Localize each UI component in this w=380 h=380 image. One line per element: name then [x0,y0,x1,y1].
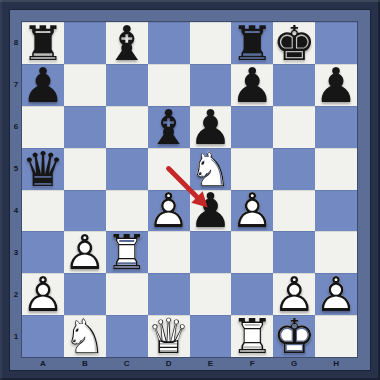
piece-outline-layer: ♕ [148,315,190,357]
square-h7[interactable]: ♟ [315,64,357,106]
square-a1[interactable] [22,315,64,357]
piece-fill-layer: ♝ [148,106,190,148]
square-f3[interactable] [231,231,273,273]
rank-label: 8 [10,22,22,64]
square-h1[interactable] [315,315,357,357]
square-g4[interactable] [273,190,315,232]
square-b6[interactable] [64,106,106,148]
file-label: H [315,357,357,370]
square-c3[interactable]: ♜♖ [106,231,148,273]
piece-outline-layer: ♙ [148,190,190,232]
square-g8[interactable]: ♚ [273,22,315,64]
chess-diagram: 8 7 6 5 4 3 2 1 ♜♝♜♚♟♟♟♝♟♛♞♘♟♙♟♟♙♟♙♜♖♟♙♟… [0,0,380,380]
square-f1[interactable]: ♜♖ [231,315,273,357]
square-c5[interactable] [106,148,148,190]
black-king-icon[interactable]: ♚ [273,22,315,64]
square-g5[interactable] [273,148,315,190]
black-pawn-icon[interactable]: ♟ [315,64,357,106]
file-label: F [231,357,273,370]
square-e1[interactable] [190,315,232,357]
piece-outline-layer: ♔ [273,315,315,357]
square-d4[interactable]: ♟♙ [148,190,190,232]
white-rook-icon[interactable]: ♜♖ [106,231,148,273]
square-d1[interactable]: ♛♕ [148,315,190,357]
rank-labels: 8 7 6 5 4 3 2 1 [10,22,22,357]
piece-outline-layer: ♙ [315,273,357,315]
white-pawn-icon[interactable]: ♟♙ [22,273,64,315]
piece-outline-layer: ♙ [231,190,273,232]
white-knight-icon[interactable]: ♞♘ [64,315,106,357]
white-queen-icon[interactable]: ♛♕ [148,315,190,357]
black-bishop-icon[interactable]: ♝ [148,106,190,148]
file-label: D [148,357,190,370]
white-king-icon[interactable]: ♚♔ [273,315,315,357]
square-f6[interactable] [231,106,273,148]
square-a7[interactable]: ♟ [22,64,64,106]
square-e8[interactable] [190,22,232,64]
rank-label: 1 [10,315,22,357]
square-e4[interactable]: ♟ [190,190,232,232]
rank-label: 5 [10,148,22,190]
square-a5[interactable]: ♛ [22,148,64,190]
square-e3[interactable] [190,231,232,273]
black-pawn-icon[interactable]: ♟ [22,64,64,106]
square-b8[interactable] [64,22,106,64]
file-label: C [106,357,148,370]
square-f7[interactable]: ♟ [231,64,273,106]
square-c6[interactable] [106,106,148,148]
rank-label: 2 [10,273,22,315]
square-d6[interactable]: ♝ [148,106,190,148]
file-label: E [190,357,232,370]
black-pawn-icon[interactable]: ♟ [231,64,273,106]
square-b5[interactable] [64,148,106,190]
board-frame: 8 7 6 5 4 3 2 1 ♜♝♜♚♟♟♟♝♟♛♞♘♟♙♟♟♙♟♙♜♖♟♙♟… [10,10,370,370]
square-h5[interactable] [315,148,357,190]
square-a4[interactable] [22,190,64,232]
rank-label: 7 [10,64,22,106]
square-b3[interactable]: ♟♙ [64,231,106,273]
square-d8[interactable] [148,22,190,64]
square-g7[interactable] [273,64,315,106]
piece-outline-layer: ♘ [64,315,106,357]
piece-outline-layer: ♖ [231,315,273,357]
file-labels: A B C D E F G H [22,357,357,370]
square-h4[interactable] [315,190,357,232]
rank-label: 4 [10,190,22,232]
square-g6[interactable] [273,106,315,148]
piece-fill-layer: ♝ [106,22,148,64]
file-label: A [22,357,64,370]
square-b7[interactable] [64,64,106,106]
piece-fill-layer: ♟ [231,64,273,106]
square-b1[interactable]: ♞♘ [64,315,106,357]
square-c2[interactable] [106,273,148,315]
chess-board: ♜♝♜♚♟♟♟♝♟♛♞♘♟♙♟♟♙♟♙♜♖♟♙♟♙♟♙♞♘♛♕♜♖♚♔ [22,22,357,357]
piece-fill-layer: ♟ [22,64,64,106]
square-h2[interactable]: ♟♙ [315,273,357,315]
square-c1[interactable] [106,315,148,357]
file-label: G [273,357,315,370]
piece-fill-layer: ♟ [315,64,357,106]
rank-label: 3 [10,231,22,273]
square-c8[interactable]: ♝ [106,22,148,64]
square-h6[interactable] [315,106,357,148]
square-g1[interactable]: ♚♔ [273,315,315,357]
white-pawn-icon[interactable]: ♟♙ [315,273,357,315]
piece-fill-layer: ♟ [190,190,232,232]
square-e2[interactable] [190,273,232,315]
piece-outline-layer: ♖ [106,231,148,273]
piece-outline-layer: ♙ [22,273,64,315]
white-rook-icon[interactable]: ♜♖ [231,315,273,357]
black-pawn-icon[interactable]: ♟ [190,190,232,232]
piece-fill-layer: ♚ [273,22,315,64]
rank-label: 6 [10,106,22,148]
piece-fill-layer: ♛ [22,148,64,190]
white-pawn-icon[interactable]: ♟♙ [148,190,190,232]
black-bishop-icon[interactable]: ♝ [106,22,148,64]
file-label: B [64,357,106,370]
square-d3[interactable] [148,231,190,273]
white-pawn-icon[interactable]: ♟♙ [64,231,106,273]
square-f4[interactable]: ♟♙ [231,190,273,232]
square-a2[interactable]: ♟♙ [22,273,64,315]
black-queen-icon[interactable]: ♛ [22,148,64,190]
square-c7[interactable] [106,64,148,106]
piece-outline-layer: ♙ [64,231,106,273]
white-pawn-icon[interactable]: ♟♙ [231,190,273,232]
